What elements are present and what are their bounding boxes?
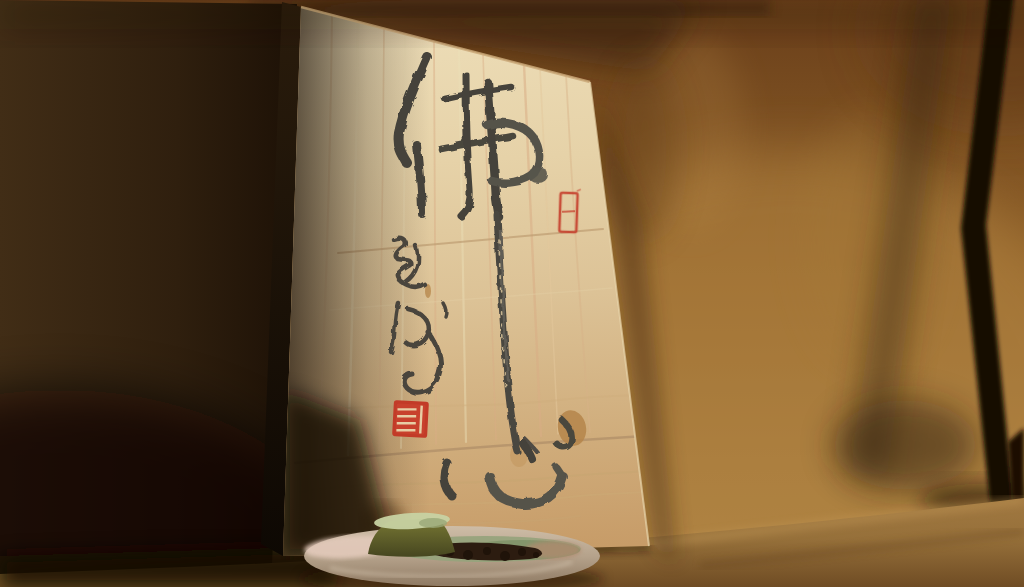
vignette-top	[0, 0, 1024, 30]
seal-square	[392, 400, 429, 438]
pole-shadow-blob	[833, 400, 977, 490]
seal-small-bar	[562, 211, 575, 212]
incense-cone-top-shade	[419, 518, 447, 528]
scene-photo	[0, 0, 1024, 587]
photo-stage	[0, 0, 1024, 587]
